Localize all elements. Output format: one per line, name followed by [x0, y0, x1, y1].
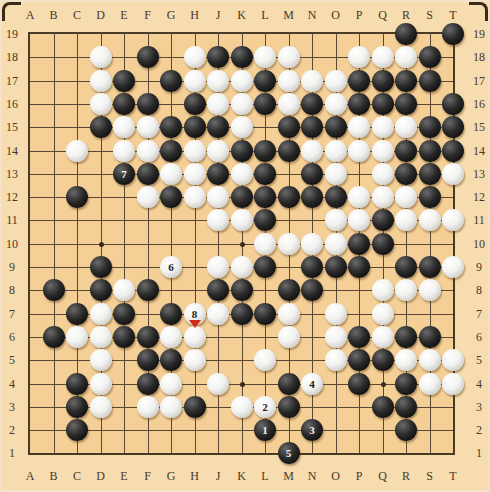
black-stone-s9[interactable]	[419, 256, 441, 278]
white-stone-d5[interactable]	[90, 349, 112, 371]
coord-label-left-7: 7	[4, 307, 20, 321]
white-stone-h6[interactable]	[184, 326, 206, 348]
coord-label-right-9: 9	[471, 260, 487, 274]
black-stone-m8[interactable]	[278, 279, 300, 301]
white-stone-g13[interactable]	[160, 163, 182, 185]
black-stone-h15[interactable]	[184, 116, 206, 138]
move-number-label: 7	[121, 168, 127, 180]
black-stone-m1[interactable]: 5	[278, 442, 300, 464]
coord-label-bottom-b: B	[47, 469, 61, 483]
white-stone-k15[interactable]	[231, 116, 253, 138]
white-stone-s11[interactable]	[419, 209, 441, 231]
black-stone-g14[interactable]	[160, 140, 182, 162]
white-stone-k16[interactable]	[231, 93, 253, 115]
black-stone-r13[interactable]	[395, 163, 417, 185]
coord-label-bottom-k: K	[235, 469, 249, 483]
black-stone-n2[interactable]: 3	[301, 419, 323, 441]
black-stone-c12[interactable]	[66, 186, 88, 208]
black-stone-p4[interactable]	[348, 373, 370, 395]
coord-label-top-j: J	[211, 8, 225, 22]
black-stone-k8[interactable]	[231, 279, 253, 301]
coord-label-left-1: 1	[4, 446, 20, 460]
white-stone-h14[interactable]	[184, 140, 206, 162]
grid-hline	[30, 430, 453, 431]
coord-label-right-4: 4	[471, 377, 487, 391]
black-stone-e7[interactable]	[113, 303, 135, 325]
white-stone-q15[interactable]	[372, 116, 394, 138]
black-stone-r9[interactable]	[395, 256, 417, 278]
coord-label-left-5: 5	[4, 353, 20, 367]
coord-label-top-c: C	[70, 8, 84, 22]
coord-label-right-10: 10	[471, 237, 487, 251]
black-stone-f6[interactable]	[137, 326, 159, 348]
black-stone-m14[interactable]	[278, 140, 300, 162]
white-stone-o17[interactable]	[325, 70, 347, 92]
coord-label-left-11: 11	[4, 213, 20, 227]
black-stone-e17[interactable]	[113, 70, 135, 92]
black-stone-s15[interactable]	[419, 116, 441, 138]
coord-label-right-1: 1	[471, 446, 487, 460]
white-stone-m18[interactable]	[278, 46, 300, 68]
white-stone-j9[interactable]	[207, 256, 229, 278]
star-point-d10	[99, 242, 104, 247]
white-stone-c14[interactable]	[66, 140, 88, 162]
coord-label-top-l: L	[258, 8, 272, 22]
white-stone-h17[interactable]	[184, 70, 206, 92]
black-stone-l7[interactable]	[254, 303, 276, 325]
black-stone-h3[interactable]	[184, 396, 206, 418]
white-stone-j4[interactable]	[207, 373, 229, 395]
white-stone-j7[interactable]	[207, 303, 229, 325]
white-stone-n14[interactable]	[301, 140, 323, 162]
coord-label-top-o: O	[329, 8, 343, 22]
white-stone-h5[interactable]	[184, 349, 206, 371]
coord-label-right-3: 3	[471, 400, 487, 414]
coord-label-bottom-p: P	[352, 469, 366, 483]
coord-label-left-9: 9	[4, 260, 20, 274]
go-board-screenshot: { "game": "go", "board_size": 19, "colum…	[0, 0, 490, 492]
coord-label-top-n: N	[305, 8, 319, 22]
white-stone-g4[interactable]	[160, 373, 182, 395]
coord-label-bottom-q: Q	[376, 469, 390, 483]
white-stone-o14[interactable]	[325, 140, 347, 162]
coord-label-bottom-m: M	[282, 469, 296, 483]
coord-label-bottom-j: J	[211, 469, 225, 483]
black-stone-k18[interactable]	[231, 46, 253, 68]
white-stone-k13[interactable]	[231, 163, 253, 185]
black-stone-l12[interactable]	[254, 186, 276, 208]
black-stone-g12[interactable]	[160, 186, 182, 208]
white-stone-j12[interactable]	[207, 186, 229, 208]
coord-label-left-10: 10	[4, 237, 20, 251]
coord-label-left-3: 3	[4, 400, 20, 414]
black-stone-p10[interactable]	[348, 233, 370, 255]
white-stone-k9[interactable]	[231, 256, 253, 278]
white-stone-l10[interactable]	[254, 233, 276, 255]
black-stone-m12[interactable]	[278, 186, 300, 208]
white-stone-d17[interactable]	[90, 70, 112, 92]
black-stone-c2[interactable]	[66, 419, 88, 441]
black-stone-c7[interactable]	[66, 303, 88, 325]
black-stone-f18[interactable]	[137, 46, 159, 68]
black-stone-f5[interactable]	[137, 349, 159, 371]
coord-label-top-d: D	[94, 8, 108, 22]
coord-label-top-m: M	[282, 8, 296, 22]
coord-label-left-18: 18	[4, 50, 20, 64]
black-stone-p9[interactable]	[348, 256, 370, 278]
black-stone-r14[interactable]	[395, 140, 417, 162]
black-stone-g7[interactable]	[160, 303, 182, 325]
coord-label-right-11: 11	[471, 213, 487, 227]
white-stone-o6[interactable]	[325, 326, 347, 348]
black-stone-o15[interactable]	[325, 116, 347, 138]
coord-label-right-12: 12	[471, 190, 487, 204]
coord-label-top-p: P	[352, 8, 366, 22]
black-stone-o12[interactable]	[325, 186, 347, 208]
coord-label-bottom-l: L	[258, 469, 272, 483]
coord-label-left-4: 4	[4, 377, 20, 391]
white-stone-q12[interactable]	[372, 186, 394, 208]
white-stone-q8[interactable]	[372, 279, 394, 301]
coord-label-right-6: 6	[471, 330, 487, 344]
black-stone-q11[interactable]	[372, 209, 394, 231]
white-stone-h13[interactable]	[184, 163, 206, 185]
coord-label-top-t: T	[446, 8, 460, 22]
black-stone-d15[interactable]	[90, 116, 112, 138]
white-stone-o13[interactable]	[325, 163, 347, 185]
white-stone-n10[interactable]	[301, 233, 323, 255]
white-stone-k11[interactable]	[231, 209, 253, 231]
coord-label-right-2: 2	[471, 423, 487, 437]
coord-label-top-q: Q	[376, 8, 390, 22]
black-stone-k7[interactable]	[231, 303, 253, 325]
white-stone-s8[interactable]	[419, 279, 441, 301]
coord-label-left-8: 8	[4, 283, 20, 297]
coord-label-top-b: B	[47, 8, 61, 22]
black-stone-l16[interactable]	[254, 93, 276, 115]
coord-label-top-g: G	[164, 8, 178, 22]
coord-label-left-15: 15	[4, 120, 20, 134]
coord-label-right-16: 16	[471, 97, 487, 111]
white-stone-q18[interactable]	[372, 46, 394, 68]
black-stone-l2[interactable]: 1	[254, 419, 276, 441]
black-stone-g17[interactable]	[160, 70, 182, 92]
white-stone-g6[interactable]	[160, 326, 182, 348]
white-stone-n4[interactable]: 4	[301, 373, 323, 395]
white-stone-t9[interactable]	[442, 256, 464, 278]
move-number-label: 6	[168, 261, 174, 273]
last-move-triangle-icon	[189, 320, 201, 328]
black-stone-p16[interactable]	[348, 93, 370, 115]
coord-label-top-h: H	[188, 8, 202, 22]
black-stone-r6[interactable]	[395, 326, 417, 348]
white-stone-e14[interactable]	[113, 140, 135, 162]
coord-label-bottom-r: R	[399, 469, 413, 483]
black-stone-q16[interactable]	[372, 93, 394, 115]
white-stone-f14[interactable]	[137, 140, 159, 162]
black-stone-e13[interactable]: 7	[113, 163, 135, 185]
white-stone-s4[interactable]	[419, 373, 441, 395]
white-stone-o10[interactable]	[325, 233, 347, 255]
coord-label-right-18: 18	[471, 50, 487, 64]
black-stone-f8[interactable]	[137, 279, 159, 301]
white-stone-m10[interactable]	[278, 233, 300, 255]
black-stone-e6[interactable]	[113, 326, 135, 348]
coord-label-bottom-d: D	[94, 469, 108, 483]
coord-label-top-s: S	[423, 8, 437, 22]
white-stone-t4[interactable]	[442, 373, 464, 395]
white-stone-h12[interactable]	[184, 186, 206, 208]
coord-label-bottom-a: A	[23, 469, 37, 483]
white-stone-d7[interactable]	[90, 303, 112, 325]
black-stone-s12[interactable]	[419, 186, 441, 208]
white-stone-k17[interactable]	[231, 70, 253, 92]
white-stone-k3[interactable]	[231, 396, 253, 418]
coord-label-top-r: R	[399, 8, 413, 22]
coord-label-left-2: 2	[4, 423, 20, 437]
black-stone-l9[interactable]	[254, 256, 276, 278]
coord-label-bottom-c: C	[70, 469, 84, 483]
black-stone-c3[interactable]	[66, 396, 88, 418]
white-stone-q14[interactable]	[372, 140, 394, 162]
white-stone-d3[interactable]	[90, 396, 112, 418]
move-number-label: 2	[262, 401, 268, 413]
white-stone-h18[interactable]	[184, 46, 206, 68]
coord-label-right-14: 14	[471, 144, 487, 158]
black-stone-s18[interactable]	[419, 46, 441, 68]
black-stone-p6[interactable]	[348, 326, 370, 348]
black-stone-t14[interactable]	[442, 140, 464, 162]
white-stone-d16[interactable]	[90, 93, 112, 115]
white-stone-q7[interactable]	[372, 303, 394, 325]
coord-label-bottom-e: E	[117, 469, 131, 483]
white-stone-d4[interactable]	[90, 373, 112, 395]
white-stone-m6[interactable]	[278, 326, 300, 348]
coord-label-top-a: A	[23, 8, 37, 22]
white-stone-q13[interactable]	[372, 163, 394, 185]
black-stone-j13[interactable]	[207, 163, 229, 185]
coord-label-bottom-g: G	[164, 469, 178, 483]
coord-label-bottom-n: N	[305, 469, 319, 483]
black-stone-k12[interactable]	[231, 186, 253, 208]
black-stone-m4[interactable]	[278, 373, 300, 395]
white-stone-p12[interactable]	[348, 186, 370, 208]
black-stone-f13[interactable]	[137, 163, 159, 185]
coord-label-left-13: 13	[4, 167, 20, 181]
white-stone-f3[interactable]	[137, 396, 159, 418]
white-stone-f15[interactable]	[137, 116, 159, 138]
black-stone-h16[interactable]	[184, 93, 206, 115]
coord-label-bottom-h: H	[188, 469, 202, 483]
white-stone-g9[interactable]: 6	[160, 256, 182, 278]
move-number-label: 8	[192, 308, 198, 320]
black-stone-t16[interactable]	[442, 93, 464, 115]
black-stone-d9[interactable]	[90, 256, 112, 278]
white-stone-o5[interactable]	[325, 349, 347, 371]
coord-label-bottom-o: O	[329, 469, 343, 483]
black-stone-l14[interactable]	[254, 140, 276, 162]
white-stone-m16[interactable]	[278, 93, 300, 115]
white-stone-m17[interactable]	[278, 70, 300, 92]
black-stone-n16[interactable]	[301, 93, 323, 115]
coord-label-right-15: 15	[471, 120, 487, 134]
black-stone-n12[interactable]	[301, 186, 323, 208]
white-stone-j14[interactable]	[207, 140, 229, 162]
black-stone-n13[interactable]	[301, 163, 323, 185]
black-stone-m3[interactable]	[278, 396, 300, 418]
white-stone-r12[interactable]	[395, 186, 417, 208]
black-stone-d8[interactable]	[90, 279, 112, 301]
white-stone-l3[interactable]: 2	[254, 396, 276, 418]
star-point-q4	[381, 382, 386, 387]
white-stone-n17[interactable]	[301, 70, 323, 92]
white-stone-o16[interactable]	[325, 93, 347, 115]
black-stone-r4[interactable]	[395, 373, 417, 395]
star-point-k10	[240, 242, 245, 247]
black-stone-f4[interactable]	[137, 373, 159, 395]
white-stone-m7[interactable]	[278, 303, 300, 325]
black-stone-q17[interactable]	[372, 70, 394, 92]
white-stone-j17[interactable]	[207, 70, 229, 92]
coord-label-right-13: 13	[471, 167, 487, 181]
move-number-label: 4	[309, 378, 315, 390]
coord-label-left-14: 14	[4, 144, 20, 158]
move-number-label: 3	[309, 424, 315, 436]
coord-label-right-5: 5	[471, 353, 487, 367]
black-stone-t19[interactable]	[442, 23, 464, 45]
coord-label-left-6: 6	[4, 330, 20, 344]
white-stone-g3[interactable]	[160, 396, 182, 418]
coord-label-right-19: 19	[471, 27, 487, 41]
move-number-label: 5	[286, 447, 292, 459]
black-stone-c4[interactable]	[66, 373, 88, 395]
black-stone-k14[interactable]	[231, 140, 253, 162]
black-stone-n9[interactable]	[301, 256, 323, 278]
white-stone-o11[interactable]	[325, 209, 347, 231]
white-stone-p14[interactable]	[348, 140, 370, 162]
coord-label-top-f: F	[141, 8, 155, 22]
star-point-k4	[240, 382, 245, 387]
black-stone-r16[interactable]	[395, 93, 417, 115]
white-stone-f12[interactable]	[137, 186, 159, 208]
move-number-label: 1	[262, 424, 268, 436]
black-stone-s17[interactable]	[419, 70, 441, 92]
black-stone-l17[interactable]	[254, 70, 276, 92]
coord-label-right-17: 17	[471, 74, 487, 88]
black-stone-s14[interactable]	[419, 140, 441, 162]
black-stone-b8[interactable]	[43, 279, 65, 301]
black-stone-r17[interactable]	[395, 70, 417, 92]
black-stone-l13[interactable]	[254, 163, 276, 185]
black-stone-o9[interactable]	[325, 256, 347, 278]
white-stone-s5[interactable]	[419, 349, 441, 371]
black-stone-f16[interactable]	[137, 93, 159, 115]
white-stone-q6[interactable]	[372, 326, 394, 348]
black-stone-e16[interactable]	[113, 93, 135, 115]
coord-label-top-e: E	[117, 8, 131, 22]
coord-label-right-8: 8	[471, 283, 487, 297]
white-stone-d6[interactable]	[90, 326, 112, 348]
white-stone-o7[interactable]	[325, 303, 347, 325]
black-stone-r2[interactable]	[395, 419, 417, 441]
black-stone-r19[interactable]	[395, 23, 417, 45]
coord-label-right-7: 7	[471, 307, 487, 321]
coord-label-left-19: 19	[4, 27, 20, 41]
coord-label-bottom-t: T	[446, 469, 460, 483]
coord-label-left-17: 17	[4, 74, 20, 88]
black-stone-q10[interactable]	[372, 233, 394, 255]
coord-label-bottom-f: F	[141, 469, 155, 483]
black-stone-b6[interactable]	[43, 326, 65, 348]
black-stone-r3[interactable]	[395, 396, 417, 418]
black-stone-q3[interactable]	[372, 396, 394, 418]
white-stone-t13[interactable]	[442, 163, 464, 185]
black-stone-p17[interactable]	[348, 70, 370, 92]
white-stone-c6[interactable]	[66, 326, 88, 348]
coord-label-left-12: 12	[4, 190, 20, 204]
black-stone-m15[interactable]	[278, 116, 300, 138]
coord-label-bottom-s: S	[423, 469, 437, 483]
coord-label-left-16: 16	[4, 97, 20, 111]
black-stone-s13[interactable]	[419, 163, 441, 185]
black-stone-q5[interactable]	[372, 349, 394, 371]
white-stone-d18[interactable]	[90, 46, 112, 68]
black-stone-s6[interactable]	[419, 326, 441, 348]
coord-label-top-k: K	[235, 8, 249, 22]
white-stone-j16[interactable]	[207, 93, 229, 115]
